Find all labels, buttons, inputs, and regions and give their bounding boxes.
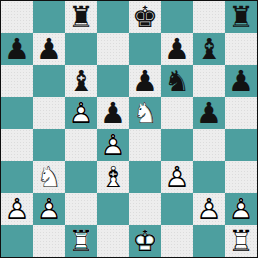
piece-white-knight[interactable]: ♞♘ xyxy=(33,161,65,193)
white-pawn-glyph-outline: ♙ xyxy=(97,129,129,161)
piece-black-king[interactable]: ♚ xyxy=(129,1,161,33)
square-h4[interactable] xyxy=(225,129,257,161)
square-f2[interactable] xyxy=(161,193,193,225)
square-f1[interactable] xyxy=(161,225,193,257)
black-pawn-glyph: ♟ xyxy=(1,33,33,65)
square-c2[interactable] xyxy=(65,193,97,225)
square-d7[interactable] xyxy=(97,33,129,65)
square-e8[interactable]: ♚ xyxy=(129,1,161,33)
black-pawn-glyph: ♟ xyxy=(161,33,193,65)
black-bishop-glyph: ♝ xyxy=(193,33,225,65)
white-pawn-glyph-outline: ♙ xyxy=(193,193,225,225)
piece-black-pawn[interactable]: ♟ xyxy=(1,33,33,65)
square-b8[interactable] xyxy=(33,1,65,33)
piece-white-pawn[interactable]: ♟♙ xyxy=(33,193,65,225)
square-a2[interactable]: ♟♙ xyxy=(1,193,33,225)
square-a3[interactable] xyxy=(1,161,33,193)
black-pawn-glyph: ♟ xyxy=(129,65,161,97)
square-b3[interactable]: ♞♘ xyxy=(33,161,65,193)
piece-white-pawn[interactable]: ♟♙ xyxy=(161,161,193,193)
square-h3[interactable] xyxy=(225,161,257,193)
chess-board-frame: ♜♚♜♟♟♟♝♝♟♞♟♟♙♟♞♘♟♟♙♞♘♝♗♟♙♟♙♟♙♟♙♟♙♜♖♚♔♜♖ xyxy=(0,0,258,258)
square-b6[interactable] xyxy=(33,65,65,97)
piece-black-knight[interactable]: ♞ xyxy=(161,65,193,97)
square-g2[interactable]: ♟♙ xyxy=(193,193,225,225)
piece-black-pawn[interactable]: ♟ xyxy=(225,65,257,97)
square-h6[interactable]: ♟ xyxy=(225,65,257,97)
square-a1[interactable] xyxy=(1,225,33,257)
piece-white-king[interactable]: ♚♔ xyxy=(129,225,161,257)
piece-white-bishop[interactable]: ♝♗ xyxy=(97,161,129,193)
square-h5[interactable] xyxy=(225,97,257,129)
piece-white-pawn[interactable]: ♟♙ xyxy=(193,193,225,225)
white-bishop-glyph-outline: ♗ xyxy=(97,161,129,193)
square-a8[interactable] xyxy=(1,1,33,33)
square-c3[interactable] xyxy=(65,161,97,193)
piece-black-pawn[interactable]: ♟ xyxy=(161,33,193,65)
square-f4[interactable] xyxy=(161,129,193,161)
white-pawn-glyph-outline: ♙ xyxy=(65,97,97,129)
square-d5[interactable]: ♟ xyxy=(97,97,129,129)
black-pawn-glyph: ♟ xyxy=(193,97,225,129)
square-a4[interactable] xyxy=(1,129,33,161)
white-pawn-glyph-outline: ♙ xyxy=(1,193,33,225)
white-pawn-glyph-outline: ♙ xyxy=(33,193,65,225)
square-a6[interactable] xyxy=(1,65,33,97)
white-rook-glyph-outline: ♖ xyxy=(65,225,97,257)
square-h2[interactable]: ♟♙ xyxy=(225,193,257,225)
square-b7[interactable]: ♟ xyxy=(33,33,65,65)
square-g6[interactable] xyxy=(193,65,225,97)
square-e3[interactable] xyxy=(129,161,161,193)
piece-black-rook[interactable]: ♜ xyxy=(65,1,97,33)
square-b5[interactable] xyxy=(33,97,65,129)
square-d3[interactable]: ♝♗ xyxy=(97,161,129,193)
square-d2[interactable] xyxy=(97,193,129,225)
square-a5[interactable] xyxy=(1,97,33,129)
piece-black-pawn[interactable]: ♟ xyxy=(129,65,161,97)
square-c6[interactable]: ♝ xyxy=(65,65,97,97)
black-bishop-glyph: ♝ xyxy=(65,65,97,97)
black-pawn-glyph: ♟ xyxy=(33,33,65,65)
square-e7[interactable] xyxy=(129,33,161,65)
square-h8[interactable]: ♜ xyxy=(225,1,257,33)
white-rook-glyph-outline: ♖ xyxy=(225,225,257,257)
piece-black-pawn[interactable]: ♟ xyxy=(33,33,65,65)
square-g3[interactable] xyxy=(193,161,225,193)
white-pawn-glyph-outline: ♙ xyxy=(161,161,193,193)
square-b2[interactable]: ♟♙ xyxy=(33,193,65,225)
square-c5[interactable]: ♟♙ xyxy=(65,97,97,129)
black-rook-glyph: ♜ xyxy=(65,1,97,33)
square-e1[interactable]: ♚♔ xyxy=(129,225,161,257)
square-a7[interactable]: ♟ xyxy=(1,33,33,65)
piece-black-pawn[interactable]: ♟ xyxy=(193,97,225,129)
square-f5[interactable] xyxy=(161,97,193,129)
square-c7[interactable] xyxy=(65,33,97,65)
square-c8[interactable]: ♜ xyxy=(65,1,97,33)
piece-white-pawn[interactable]: ♟♙ xyxy=(1,193,33,225)
square-f7[interactable]: ♟ xyxy=(161,33,193,65)
square-g1[interactable] xyxy=(193,225,225,257)
square-d8[interactable] xyxy=(97,1,129,33)
square-g7[interactable]: ♝ xyxy=(193,33,225,65)
square-h1[interactable]: ♜♖ xyxy=(225,225,257,257)
square-b1[interactable] xyxy=(33,225,65,257)
square-e6[interactable]: ♟ xyxy=(129,65,161,97)
square-d1[interactable] xyxy=(97,225,129,257)
piece-white-rook[interactable]: ♜♖ xyxy=(225,225,257,257)
square-e4[interactable] xyxy=(129,129,161,161)
square-f8[interactable] xyxy=(161,1,193,33)
white-pawn-glyph-outline: ♙ xyxy=(225,193,257,225)
square-d4[interactable]: ♟♙ xyxy=(97,129,129,161)
square-f6[interactable]: ♞ xyxy=(161,65,193,97)
square-g4[interactable] xyxy=(193,129,225,161)
square-c1[interactable]: ♜♖ xyxy=(65,225,97,257)
white-knight-glyph-outline: ♘ xyxy=(33,161,65,193)
piece-black-rook[interactable]: ♜ xyxy=(225,1,257,33)
square-h7[interactable] xyxy=(225,33,257,65)
white-knight-glyph-outline: ♘ xyxy=(129,97,161,129)
piece-white-pawn[interactable]: ♟♙ xyxy=(65,97,97,129)
black-pawn-glyph: ♟ xyxy=(225,65,257,97)
piece-black-pawn[interactable]: ♟ xyxy=(97,97,129,129)
square-g5[interactable]: ♟ xyxy=(193,97,225,129)
square-f3[interactable]: ♟♙ xyxy=(161,161,193,193)
piece-white-pawn[interactable]: ♟♙ xyxy=(225,193,257,225)
black-rook-glyph: ♜ xyxy=(225,1,257,33)
piece-white-rook[interactable]: ♜♖ xyxy=(65,225,97,257)
piece-black-bishop[interactable]: ♝ xyxy=(193,33,225,65)
piece-white-knight[interactable]: ♞♘ xyxy=(129,97,161,129)
square-b4[interactable] xyxy=(33,129,65,161)
black-pawn-glyph: ♟ xyxy=(97,97,129,129)
piece-black-bishop[interactable]: ♝ xyxy=(65,65,97,97)
square-e5[interactable]: ♞♘ xyxy=(129,97,161,129)
square-g8[interactable] xyxy=(193,1,225,33)
black-knight-glyph: ♞ xyxy=(161,65,193,97)
square-d6[interactable] xyxy=(97,65,129,97)
white-king-glyph-outline: ♔ xyxy=(129,225,161,257)
square-c4[interactable] xyxy=(65,129,97,161)
piece-white-pawn[interactable]: ♟♙ xyxy=(97,129,129,161)
black-king-glyph: ♚ xyxy=(129,1,161,33)
chess-board: ♜♚♜♟♟♟♝♝♟♞♟♟♙♟♞♘♟♟♙♞♘♝♗♟♙♟♙♟♙♟♙♟♙♜♖♚♔♜♖ xyxy=(1,1,257,257)
square-e2[interactable] xyxy=(129,193,161,225)
